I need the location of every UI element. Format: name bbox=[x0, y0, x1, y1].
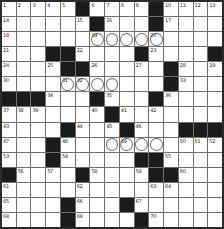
white-cell-r11c14[interactable] bbox=[194, 153, 208, 167]
crossword-grid: 1234567891011121314151617181920212223242… bbox=[0, 0, 224, 229]
white-cell-r2c14[interactable] bbox=[194, 17, 208, 31]
white-cell-r11c9[interactable] bbox=[120, 153, 134, 167]
clue-number: 42 bbox=[150, 107, 156, 113]
clue-number: 45 bbox=[106, 123, 112, 129]
white-cell-r2c2[interactable] bbox=[17, 17, 31, 31]
white-cell-r3c9[interactable] bbox=[120, 32, 134, 46]
white-cell-r1c5[interactable]: 5 bbox=[61, 2, 75, 16]
white-cell-r12c5[interactable] bbox=[61, 168, 75, 182]
white-cell-r8c4[interactable] bbox=[46, 107, 60, 121]
white-cell-r8c10[interactable] bbox=[135, 107, 149, 121]
white-cell-r7c9[interactable] bbox=[120, 92, 134, 106]
clue-number: 39 bbox=[32, 107, 38, 113]
white-cell-r13c11[interactable]: 63 bbox=[149, 183, 163, 197]
white-cell-r15c3[interactable] bbox=[31, 213, 45, 227]
white-cell-r12c10[interactable]: 59 bbox=[135, 168, 149, 182]
white-cell-r9c4[interactable] bbox=[46, 123, 60, 137]
white-cell-r13c3[interactable] bbox=[31, 183, 45, 197]
black-cell-r8c8 bbox=[105, 107, 119, 121]
clue-number: 22 bbox=[77, 47, 83, 53]
white-cell-r15c13[interactable] bbox=[179, 213, 193, 227]
white-cell-r6c5[interactable]: 31 bbox=[61, 77, 75, 91]
clue-number: 46 bbox=[136, 123, 142, 129]
black-cell-r5c6 bbox=[76, 62, 90, 76]
white-cell-r1c14[interactable]: 12 bbox=[194, 2, 208, 16]
black-cell-r2c7 bbox=[90, 17, 104, 31]
white-cell-r4c12[interactable] bbox=[164, 47, 178, 61]
white-cell-r5c14[interactable] bbox=[194, 62, 208, 76]
white-cell-r15c7[interactable] bbox=[90, 213, 104, 227]
white-cell-r1c3[interactable]: 3 bbox=[31, 2, 45, 16]
black-cell-r9c13 bbox=[179, 123, 193, 137]
white-cell-r3c7[interactable]: 19 bbox=[90, 32, 104, 46]
clue-number: 8 bbox=[121, 2, 124, 8]
black-cell-r11c4 bbox=[46, 153, 60, 167]
white-cell-r8c11[interactable]: 42 bbox=[149, 107, 163, 121]
white-cell-r2c12[interactable]: 17 bbox=[164, 17, 178, 31]
white-cell-r13c14[interactable] bbox=[194, 183, 208, 197]
clue-number: 7 bbox=[106, 2, 109, 8]
white-cell-r4c2[interactable] bbox=[17, 47, 31, 61]
white-cell-r6c8[interactable] bbox=[105, 77, 119, 91]
white-cell-r7c5[interactable] bbox=[61, 92, 75, 106]
white-cell-r8c12[interactable] bbox=[164, 107, 178, 121]
white-cell-r3c6[interactable] bbox=[76, 32, 90, 46]
white-cell-r9c11[interactable] bbox=[149, 123, 163, 137]
clue-number: 43 bbox=[3, 123, 9, 129]
black-cell-r15c5 bbox=[61, 213, 75, 227]
circle-marker-r6c7 bbox=[91, 78, 104, 91]
black-cell-r6c12 bbox=[164, 77, 178, 91]
black-cell-r15c10 bbox=[135, 213, 149, 227]
clue-number: 64 bbox=[165, 183, 171, 189]
white-cell-r15c1[interactable]: 68 bbox=[2, 213, 16, 227]
black-cell-r12c11 bbox=[149, 168, 163, 182]
circle-marker-r3c10 bbox=[135, 33, 148, 46]
white-cell-r12c2[interactable]: 56 bbox=[17, 168, 31, 182]
white-cell-r15c11[interactable]: 70 bbox=[149, 213, 163, 227]
clue-number: 38 bbox=[18, 107, 24, 113]
clue-number: 70 bbox=[150, 213, 156, 219]
clue-number: 1 bbox=[3, 2, 6, 8]
white-cell-r13c6[interactable]: 62 bbox=[76, 183, 90, 197]
white-cell-r3c2[interactable] bbox=[17, 32, 31, 46]
clue-number: 35 bbox=[106, 92, 112, 98]
clue-number: 41 bbox=[121, 107, 127, 113]
black-cell-r12c12 bbox=[164, 168, 178, 182]
white-cell-r3c3[interactable] bbox=[31, 32, 45, 46]
black-cell-r12c6 bbox=[76, 168, 90, 182]
white-cell-r6c9[interactable] bbox=[120, 77, 134, 91]
white-cell-r8c7[interactable]: 40 bbox=[90, 107, 104, 121]
black-cell-r12c1 bbox=[2, 168, 16, 182]
white-cell-r11c12[interactable]: 55 bbox=[164, 153, 178, 167]
white-cell-r2c10[interactable] bbox=[135, 17, 149, 31]
clue-number: 9 bbox=[136, 2, 139, 8]
clue-number: 50 bbox=[180, 138, 186, 144]
white-cell-r5c3[interactable] bbox=[31, 62, 45, 76]
white-cell-r7c10[interactable] bbox=[135, 92, 149, 106]
clue-number: 4 bbox=[47, 2, 50, 8]
white-cell-r10c10[interactable] bbox=[135, 138, 149, 152]
clue-number: 48 bbox=[62, 138, 68, 144]
white-cell-r14c1[interactable]: 65 bbox=[2, 198, 16, 212]
circle-marker-r10c10 bbox=[135, 138, 148, 151]
white-cell-r13c10[interactable] bbox=[135, 183, 149, 197]
white-cell-r1c8[interactable]: 7 bbox=[105, 2, 119, 16]
black-cell-r4c10 bbox=[135, 47, 149, 61]
white-cell-r10c7[interactable] bbox=[90, 138, 104, 152]
clue-number: 59 bbox=[136, 168, 142, 174]
white-cell-r10c6[interactable] bbox=[76, 138, 90, 152]
white-cell-r12c3[interactable] bbox=[31, 168, 45, 182]
white-cell-r12c14[interactable] bbox=[194, 168, 208, 182]
black-cell-r9c9 bbox=[120, 123, 134, 137]
clue-number: 24 bbox=[3, 62, 9, 68]
white-cell-r3c12[interactable] bbox=[164, 32, 178, 46]
white-cell-r3c11[interactable]: 20 bbox=[149, 32, 163, 46]
white-cell-r14c11[interactable] bbox=[149, 198, 163, 212]
white-cell-r11c13[interactable] bbox=[179, 153, 193, 167]
white-cell-r5c13[interactable]: 28 bbox=[179, 62, 193, 76]
white-cell-r8c2[interactable]: 38 bbox=[17, 107, 31, 121]
white-cell-r4c7[interactable] bbox=[90, 47, 104, 61]
black-cell-r11c10 bbox=[135, 153, 149, 167]
white-cell-r7c13[interactable] bbox=[179, 92, 193, 106]
clue-number: 17 bbox=[165, 17, 171, 23]
white-cell-r12c4[interactable]: 57 bbox=[46, 168, 60, 182]
white-cell-r10c5[interactable]: 48 bbox=[61, 138, 75, 152]
white-cell-r1c2[interactable]: 2 bbox=[17, 2, 31, 16]
white-cell-r11c2[interactable] bbox=[17, 153, 31, 167]
white-cell-r2c9[interactable] bbox=[120, 17, 134, 31]
circle-marker-r3c8 bbox=[106, 33, 119, 46]
white-cell-r12c9[interactable] bbox=[120, 168, 134, 182]
white-cell-r2c5[interactable] bbox=[61, 17, 75, 31]
white-cell-r10c3[interactable] bbox=[31, 138, 45, 152]
black-cell-r4c4 bbox=[46, 47, 60, 61]
clue-number: 65 bbox=[3, 198, 9, 204]
black-cell-r4c15 bbox=[208, 47, 222, 61]
black-cell-r9c14 bbox=[194, 123, 208, 137]
black-cell-r1c11 bbox=[149, 2, 163, 16]
clue-number: 5 bbox=[62, 2, 65, 8]
white-cell-r5c11[interactable] bbox=[149, 62, 163, 76]
white-cell-r1c9[interactable]: 8 bbox=[120, 2, 134, 16]
white-cell-r14c8[interactable] bbox=[105, 198, 119, 212]
white-cell-r6c11[interactable] bbox=[149, 77, 163, 91]
white-cell-r7c8[interactable]: 35 bbox=[105, 92, 119, 106]
clue-number: 26 bbox=[91, 62, 97, 68]
black-cell-r9c15 bbox=[208, 123, 222, 137]
clue-number: 36 bbox=[165, 92, 171, 98]
white-cell-r2c4[interactable] bbox=[46, 17, 60, 31]
clue-number: 68 bbox=[3, 213, 9, 219]
black-cell-r5c5 bbox=[61, 62, 75, 76]
white-cell-r15c2[interactable] bbox=[17, 213, 31, 227]
white-cell-r4c13[interactable] bbox=[179, 47, 193, 61]
white-cell-r14c4[interactable] bbox=[46, 198, 60, 212]
white-cell-r7c12[interactable]: 36 bbox=[164, 92, 178, 106]
circle-marker-r3c9 bbox=[120, 33, 133, 46]
white-cell-r13c15[interactable] bbox=[208, 183, 222, 197]
clue-number: 63 bbox=[150, 183, 156, 189]
white-cell-r6c10[interactable] bbox=[135, 77, 149, 91]
clue-number: 15 bbox=[77, 17, 83, 23]
clue-number: 31 bbox=[62, 77, 68, 83]
white-cell-r6c7[interactable] bbox=[90, 77, 104, 91]
white-cell-r2c8[interactable]: 16 bbox=[105, 17, 119, 31]
clue-number: 30 bbox=[3, 77, 9, 83]
clue-number: 14 bbox=[3, 17, 9, 23]
clue-number: 18 bbox=[3, 32, 9, 38]
clue-number: 66 bbox=[77, 198, 83, 204]
clue-number: 52 bbox=[209, 138, 215, 144]
circle-marker-r10c8 bbox=[106, 138, 119, 151]
white-cell-r8c14[interactable] bbox=[194, 107, 208, 121]
white-cell-r3c10[interactable] bbox=[135, 32, 149, 46]
white-cell-r10c12[interactable] bbox=[164, 138, 178, 152]
white-cell-r10c9[interactable]: 49 bbox=[120, 138, 134, 152]
white-cell-r14c12[interactable] bbox=[164, 198, 178, 212]
white-cell-r12c7[interactable]: 58 bbox=[90, 168, 104, 182]
white-cell-r6c3[interactable] bbox=[31, 77, 45, 91]
white-cell-r13c9[interactable] bbox=[120, 183, 134, 197]
clue-number: 6 bbox=[91, 2, 94, 8]
white-cell-r5c4[interactable]: 25 bbox=[46, 62, 60, 76]
clue-number: 16 bbox=[106, 17, 112, 23]
clue-number: 58 bbox=[91, 168, 97, 174]
clue-number: 23 bbox=[150, 47, 156, 53]
white-cell-r3c13[interactable] bbox=[179, 32, 193, 46]
white-cell-r2c13[interactable] bbox=[179, 17, 193, 31]
white-cell-r15c6[interactable]: 69 bbox=[76, 213, 90, 227]
white-cell-r11c15[interactable] bbox=[208, 153, 222, 167]
white-cell-r5c7[interactable]: 26 bbox=[90, 62, 104, 76]
white-cell-r15c15[interactable] bbox=[208, 213, 222, 227]
white-cell-r9c2[interactable] bbox=[17, 123, 31, 137]
white-cell-r8c3[interactable]: 39 bbox=[31, 107, 45, 121]
clue-number: 55 bbox=[165, 153, 171, 159]
clue-number: 49 bbox=[121, 138, 127, 144]
white-cell-r14c13[interactable] bbox=[179, 198, 193, 212]
clue-number: 11 bbox=[180, 2, 186, 8]
clue-number: 34 bbox=[47, 92, 53, 98]
white-cell-r6c4[interactable] bbox=[46, 77, 60, 91]
white-cell-r14c3[interactable] bbox=[31, 198, 45, 212]
white-cell-r1c4[interactable]: 4 bbox=[46, 2, 60, 16]
white-cell-r6c2[interactable] bbox=[17, 77, 31, 91]
white-cell-r4c6[interactable]: 22 bbox=[76, 47, 90, 61]
white-cell-r11c3[interactable] bbox=[31, 153, 45, 167]
circle-marker-r10c11 bbox=[150, 138, 163, 151]
white-cell-r8c6[interactable] bbox=[76, 107, 90, 121]
white-cell-r2c6[interactable]: 15 bbox=[76, 17, 90, 31]
white-cell-r15c12[interactable] bbox=[164, 213, 178, 227]
white-cell-r11c8[interactable] bbox=[105, 153, 119, 167]
white-cell-r3c1[interactable]: 18 bbox=[2, 32, 16, 46]
white-cell-r15c9[interactable] bbox=[120, 213, 134, 227]
clue-number: 62 bbox=[77, 183, 83, 189]
white-cell-r5c15[interactable]: 29 bbox=[208, 62, 222, 76]
black-cell-r2c11 bbox=[149, 17, 163, 31]
black-cell-r7c2 bbox=[17, 92, 31, 106]
white-cell-r13c7[interactable] bbox=[90, 183, 104, 197]
white-cell-r6c13[interactable]: 33 bbox=[179, 77, 193, 91]
black-cell-r9c5 bbox=[61, 123, 75, 137]
circle-marker-r6c8 bbox=[106, 78, 119, 91]
white-cell-r15c14[interactable] bbox=[194, 213, 208, 227]
black-cell-r7c7 bbox=[90, 92, 104, 106]
clue-number: 20 bbox=[150, 32, 156, 38]
white-cell-r5c10[interactable]: 27 bbox=[135, 62, 149, 76]
white-cell-r10c1[interactable]: 47 bbox=[2, 138, 16, 152]
white-cell-r10c15[interactable]: 52 bbox=[208, 138, 222, 152]
white-cell-r5c8[interactable] bbox=[105, 62, 119, 76]
white-cell-r8c1[interactable]: 37 bbox=[2, 107, 16, 121]
white-cell-r6c15[interactable] bbox=[208, 77, 222, 91]
white-cell-r13c4[interactable] bbox=[46, 183, 60, 197]
white-cell-r3c8[interactable] bbox=[105, 32, 119, 46]
clue-number: 19 bbox=[91, 32, 97, 38]
clue-number: 21 bbox=[3, 47, 9, 53]
white-cell-r15c4[interactable] bbox=[46, 213, 60, 227]
white-cell-r3c14[interactable] bbox=[194, 32, 208, 46]
white-cell-r11c6[interactable] bbox=[76, 153, 90, 167]
clue-number: 57 bbox=[47, 168, 53, 174]
white-cell-r7c14[interactable] bbox=[194, 92, 208, 106]
white-cell-r14c14[interactable] bbox=[194, 198, 208, 212]
black-cell-r7c11 bbox=[149, 92, 163, 106]
white-cell-r13c8[interactable] bbox=[105, 183, 119, 197]
white-cell-r3c5[interactable] bbox=[61, 32, 75, 46]
white-cell-r9c10[interactable]: 46 bbox=[135, 123, 149, 137]
white-cell-r1c15[interactable]: 13 bbox=[208, 2, 222, 16]
white-cell-r14c2[interactable] bbox=[17, 198, 31, 212]
clue-number: 25 bbox=[47, 62, 53, 68]
white-cell-r3c15[interactable] bbox=[208, 32, 222, 46]
white-cell-r13c5[interactable] bbox=[61, 183, 75, 197]
clue-number: 56 bbox=[18, 168, 24, 174]
clue-number: 67 bbox=[136, 198, 142, 204]
white-cell-r4c11[interactable]: 23 bbox=[149, 47, 163, 61]
black-cell-r1c6 bbox=[76, 2, 90, 16]
black-cell-r14c5 bbox=[61, 198, 75, 212]
white-cell-r12c15[interactable] bbox=[208, 168, 222, 182]
white-cell-r1c1[interactable]: 1 bbox=[2, 2, 16, 16]
white-cell-r6c14[interactable] bbox=[194, 77, 208, 91]
white-cell-r15c8[interactable] bbox=[105, 213, 119, 227]
white-cell-r4c9[interactable] bbox=[120, 47, 134, 61]
clue-number: 10 bbox=[165, 2, 171, 8]
white-cell-r9c6[interactable]: 44 bbox=[76, 123, 90, 137]
white-cell-r14c15[interactable] bbox=[208, 198, 222, 212]
clue-number: 40 bbox=[91, 107, 97, 113]
clue-number: 2 bbox=[18, 2, 21, 8]
clue-number: 32 bbox=[77, 77, 83, 83]
black-cell-r11c11 bbox=[149, 153, 163, 167]
white-cell-r6c6[interactable]: 32 bbox=[76, 77, 90, 91]
white-cell-r11c7[interactable] bbox=[90, 153, 104, 167]
clue-number: 29 bbox=[209, 62, 215, 68]
white-cell-r3c4[interactable] bbox=[46, 32, 60, 46]
white-cell-r11c1[interactable]: 53 bbox=[2, 153, 16, 167]
white-cell-r2c15[interactable] bbox=[208, 17, 222, 31]
white-cell-r9c8[interactable]: 45 bbox=[105, 123, 119, 137]
clue-number: 33 bbox=[180, 77, 186, 83]
clue-number: 27 bbox=[136, 62, 142, 68]
white-cell-r12c8[interactable] bbox=[105, 168, 119, 182]
white-cell-r2c1[interactable]: 14 bbox=[2, 17, 16, 31]
white-cell-r7c6[interactable] bbox=[76, 92, 90, 106]
white-cell-r1c13[interactable]: 11 bbox=[179, 2, 193, 16]
clue-number: 37 bbox=[3, 107, 9, 113]
clue-number: 53 bbox=[3, 153, 9, 159]
clue-number: 44 bbox=[77, 123, 83, 129]
clue-number: 47 bbox=[3, 138, 9, 144]
white-cell-r14c10[interactable]: 67 bbox=[135, 198, 149, 212]
white-cell-r12c13[interactable]: 60 bbox=[179, 168, 193, 182]
white-cell-r4c14[interactable] bbox=[194, 47, 208, 61]
clue-number: 60 bbox=[180, 168, 186, 174]
black-cell-r10c4 bbox=[46, 138, 60, 152]
white-cell-r4c1[interactable]: 21 bbox=[2, 47, 16, 61]
white-cell-r10c13[interactable]: 50 bbox=[179, 138, 193, 152]
white-cell-r7c4[interactable]: 34 bbox=[46, 92, 60, 106]
white-cell-r10c2[interactable] bbox=[17, 138, 31, 152]
white-cell-r8c9[interactable]: 41 bbox=[120, 107, 134, 121]
white-cell-r10c14[interactable]: 51 bbox=[194, 138, 208, 152]
white-cell-r14c6[interactable]: 66 bbox=[76, 198, 90, 212]
white-cell-r8c13[interactable] bbox=[179, 107, 193, 121]
white-cell-r10c11[interactable] bbox=[149, 138, 163, 152]
clue-number: 61 bbox=[3, 183, 9, 189]
white-cell-r1c12[interactable]: 10 bbox=[164, 2, 178, 16]
clue-number: 3 bbox=[32, 2, 35, 8]
white-cell-r2c3[interactable] bbox=[31, 17, 45, 31]
white-cell-r13c2[interactable] bbox=[17, 183, 31, 197]
white-cell-r13c13[interactable] bbox=[179, 183, 193, 197]
black-cell-r14c9 bbox=[120, 198, 134, 212]
clue-number: 54 bbox=[62, 153, 68, 159]
white-cell-r8c5[interactable] bbox=[61, 107, 75, 121]
white-cell-r8c15[interactable] bbox=[208, 107, 222, 121]
white-cell-r13c12[interactable]: 64 bbox=[164, 183, 178, 197]
white-cell-r7c15[interactable] bbox=[208, 92, 222, 106]
white-cell-r11c5[interactable]: 54 bbox=[61, 153, 75, 167]
white-cell-r10c8[interactable] bbox=[105, 138, 119, 152]
white-cell-r5c9[interactable] bbox=[120, 62, 134, 76]
white-cell-r13c1[interactable]: 61 bbox=[2, 183, 16, 197]
white-cell-r1c7[interactable]: 6 bbox=[90, 2, 104, 16]
white-cell-r4c3[interactable] bbox=[31, 47, 45, 61]
white-cell-r9c12[interactable] bbox=[164, 123, 178, 137]
white-cell-r9c1[interactable]: 43 bbox=[2, 123, 16, 137]
white-cell-r6c1[interactable]: 30 bbox=[2, 77, 16, 91]
clue-number: 51 bbox=[195, 138, 201, 144]
black-cell-r5c12 bbox=[164, 62, 178, 76]
white-cell-r9c7[interactable] bbox=[90, 123, 104, 137]
clue-number: 12 bbox=[195, 2, 201, 8]
white-cell-r5c2[interactable] bbox=[17, 62, 31, 76]
white-cell-r14c7[interactable] bbox=[90, 198, 104, 212]
white-cell-r4c8[interactable] bbox=[105, 47, 119, 61]
white-cell-r5c1[interactable]: 24 bbox=[2, 62, 16, 76]
clue-number: 28 bbox=[180, 62, 186, 68]
black-cell-r4c5 bbox=[61, 47, 75, 61]
white-cell-r9c3[interactable] bbox=[31, 123, 45, 137]
white-cell-r1c10[interactable]: 9 bbox=[135, 2, 149, 16]
